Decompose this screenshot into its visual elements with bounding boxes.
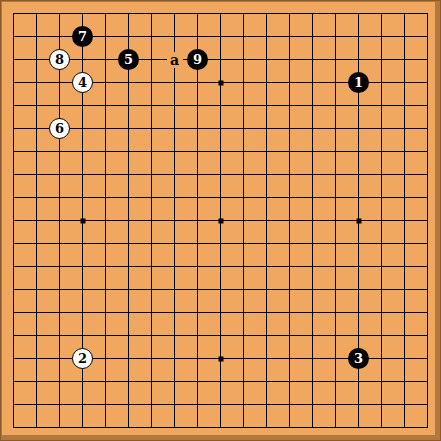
- intersection-P14[interactable]: [324, 117, 347, 140]
- intersection-R9[interactable]: [370, 232, 393, 255]
- intersection-Q15[interactable]: [347, 94, 370, 117]
- intersection-R13[interactable]: [370, 140, 393, 163]
- intersection-O15[interactable]: [301, 94, 324, 117]
- intersection-E16[interactable]: [94, 71, 117, 94]
- intersection-J7[interactable]: [186, 278, 209, 301]
- intersection-P12[interactable]: [324, 163, 347, 186]
- intersection-G14[interactable]: [140, 117, 163, 140]
- intersection-T19[interactable]: [416, 2, 435, 25]
- intersection-N7[interactable]: [278, 278, 301, 301]
- intersection-B10[interactable]: [25, 209, 48, 232]
- intersection-J6[interactable]: [186, 301, 209, 324]
- intersection-S16[interactable]: [393, 71, 416, 94]
- intersection-Q5[interactable]: [347, 324, 370, 347]
- intersection-E5[interactable]: [94, 324, 117, 347]
- intersection-K8[interactable]: [209, 255, 232, 278]
- intersection-N3[interactable]: [278, 370, 301, 393]
- intersection-C16[interactable]: [48, 71, 71, 94]
- intersection-J1[interactable]: [186, 416, 209, 435]
- intersection-R12[interactable]: [370, 163, 393, 186]
- intersection-S6[interactable]: [393, 301, 416, 324]
- intersection-E8[interactable]: [94, 255, 117, 278]
- intersection-N9[interactable]: [278, 232, 301, 255]
- intersection-N1[interactable]: [278, 416, 301, 435]
- intersection-O8[interactable]: [301, 255, 324, 278]
- intersection-F15[interactable]: [117, 94, 140, 117]
- intersection-K19[interactable]: [209, 2, 232, 25]
- intersection-E18[interactable]: [94, 25, 117, 48]
- intersection-F8[interactable]: [117, 255, 140, 278]
- intersection-A4[interactable]: [2, 347, 25, 370]
- intersection-N14[interactable]: [278, 117, 301, 140]
- intersection-D5[interactable]: [71, 324, 94, 347]
- intersection-F16[interactable]: [117, 71, 140, 94]
- intersection-O9[interactable]: [301, 232, 324, 255]
- intersection-H19[interactable]: [163, 2, 186, 25]
- intersection-T13[interactable]: [416, 140, 435, 163]
- intersection-S1[interactable]: [393, 416, 416, 435]
- intersection-G8[interactable]: [140, 255, 163, 278]
- intersection-C8[interactable]: [48, 255, 71, 278]
- intersection-N8[interactable]: [278, 255, 301, 278]
- intersection-Q7[interactable]: [347, 278, 370, 301]
- intersection-B15[interactable]: [25, 94, 48, 117]
- intersection-S2[interactable]: [393, 393, 416, 416]
- intersection-Q3[interactable]: [347, 370, 370, 393]
- intersection-D11[interactable]: [71, 186, 94, 209]
- intersection-N19[interactable]: [278, 2, 301, 25]
- intersection-F4[interactable]: [117, 347, 140, 370]
- intersection-N5[interactable]: [278, 324, 301, 347]
- intersection-P1[interactable]: [324, 416, 347, 435]
- intersection-P10[interactable]: [324, 209, 347, 232]
- intersection-R8[interactable]: [370, 255, 393, 278]
- intersection-M14[interactable]: [255, 117, 278, 140]
- intersection-M9[interactable]: [255, 232, 278, 255]
- intersection-S11[interactable]: [393, 186, 416, 209]
- intersection-K16[interactable]: [209, 71, 232, 94]
- intersection-F7[interactable]: [117, 278, 140, 301]
- intersection-D6[interactable]: [71, 301, 94, 324]
- intersection-H5[interactable]: [163, 324, 186, 347]
- intersection-D8[interactable]: [71, 255, 94, 278]
- intersection-A18[interactable]: [2, 25, 25, 48]
- intersection-R2[interactable]: [370, 393, 393, 416]
- intersection-R16[interactable]: [370, 71, 393, 94]
- intersection-J17[interactable]: 9: [186, 48, 209, 71]
- intersection-O18[interactable]: [301, 25, 324, 48]
- intersection-A9[interactable]: [2, 232, 25, 255]
- intersection-J18[interactable]: [186, 25, 209, 48]
- intersection-L15[interactable]: [232, 94, 255, 117]
- intersection-Q1[interactable]: [347, 416, 370, 435]
- intersection-G17[interactable]: [140, 48, 163, 71]
- intersection-F12[interactable]: [117, 163, 140, 186]
- intersection-A13[interactable]: [2, 140, 25, 163]
- intersection-N2[interactable]: [278, 393, 301, 416]
- intersection-C9[interactable]: [48, 232, 71, 255]
- intersection-G9[interactable]: [140, 232, 163, 255]
- intersection-H4[interactable]: [163, 347, 186, 370]
- intersection-K18[interactable]: [209, 25, 232, 48]
- intersection-B14[interactable]: [25, 117, 48, 140]
- intersection-A17[interactable]: [2, 48, 25, 71]
- intersection-Q2[interactable]: [347, 393, 370, 416]
- intersection-N6[interactable]: [278, 301, 301, 324]
- intersection-M16[interactable]: [255, 71, 278, 94]
- intersection-C2[interactable]: [48, 393, 71, 416]
- intersection-M17[interactable]: [255, 48, 278, 71]
- intersection-K2[interactable]: [209, 393, 232, 416]
- intersection-G15[interactable]: [140, 94, 163, 117]
- intersection-M11[interactable]: [255, 186, 278, 209]
- intersection-R6[interactable]: [370, 301, 393, 324]
- intersection-L19[interactable]: [232, 2, 255, 25]
- intersection-M8[interactable]: [255, 255, 278, 278]
- intersection-J5[interactable]: [186, 324, 209, 347]
- intersection-D1[interactable]: [71, 416, 94, 435]
- intersection-G4[interactable]: [140, 347, 163, 370]
- intersection-P2[interactable]: [324, 393, 347, 416]
- intersection-P7[interactable]: [324, 278, 347, 301]
- intersection-D3[interactable]: [71, 370, 94, 393]
- intersection-K10[interactable]: [209, 209, 232, 232]
- intersection-C3[interactable]: [48, 370, 71, 393]
- intersection-T1[interactable]: [416, 416, 435, 435]
- intersection-Q14[interactable]: [347, 117, 370, 140]
- intersection-D14[interactable]: [71, 117, 94, 140]
- intersection-R18[interactable]: [370, 25, 393, 48]
- intersection-Q13[interactable]: [347, 140, 370, 163]
- intersection-C1[interactable]: [48, 416, 71, 435]
- intersection-R4[interactable]: [370, 347, 393, 370]
- intersection-J15[interactable]: [186, 94, 209, 117]
- intersection-D10[interactable]: [71, 209, 94, 232]
- intersection-G18[interactable]: [140, 25, 163, 48]
- intersection-E13[interactable]: [94, 140, 117, 163]
- intersection-P19[interactable]: [324, 2, 347, 25]
- intersection-O3[interactable]: [301, 370, 324, 393]
- intersection-R15[interactable]: [370, 94, 393, 117]
- intersection-R3[interactable]: [370, 370, 393, 393]
- intersection-C7[interactable]: [48, 278, 71, 301]
- intersection-L11[interactable]: [232, 186, 255, 209]
- intersection-Q18[interactable]: [347, 25, 370, 48]
- intersection-K5[interactable]: [209, 324, 232, 347]
- intersection-M18[interactable]: [255, 25, 278, 48]
- intersection-J4[interactable]: [186, 347, 209, 370]
- intersection-P9[interactable]: [324, 232, 347, 255]
- intersection-J13[interactable]: [186, 140, 209, 163]
- intersection-K12[interactable]: [209, 163, 232, 186]
- intersection-C15[interactable]: [48, 94, 71, 117]
- intersection-B8[interactable]: [25, 255, 48, 278]
- intersection-T16[interactable]: [416, 71, 435, 94]
- intersection-S13[interactable]: [393, 140, 416, 163]
- intersection-P3[interactable]: [324, 370, 347, 393]
- intersection-N4[interactable]: [278, 347, 301, 370]
- intersection-A14[interactable]: [2, 117, 25, 140]
- intersection-Q6[interactable]: [347, 301, 370, 324]
- intersection-G5[interactable]: [140, 324, 163, 347]
- intersection-S3[interactable]: [393, 370, 416, 393]
- intersection-L5[interactable]: [232, 324, 255, 347]
- intersection-L17[interactable]: [232, 48, 255, 71]
- intersection-F18[interactable]: [117, 25, 140, 48]
- intersection-R5[interactable]: [370, 324, 393, 347]
- intersection-H12[interactable]: [163, 163, 186, 186]
- intersection-S18[interactable]: [393, 25, 416, 48]
- intersection-F3[interactable]: [117, 370, 140, 393]
- intersection-A8[interactable]: [2, 255, 25, 278]
- intersection-L7[interactable]: [232, 278, 255, 301]
- intersection-K4[interactable]: [209, 347, 232, 370]
- intersection-D9[interactable]: [71, 232, 94, 255]
- intersection-D12[interactable]: [71, 163, 94, 186]
- intersection-T2[interactable]: [416, 393, 435, 416]
- intersection-Q4[interactable]: 3: [347, 347, 370, 370]
- intersection-K3[interactable]: [209, 370, 232, 393]
- intersection-O13[interactable]: [301, 140, 324, 163]
- intersection-F9[interactable]: [117, 232, 140, 255]
- intersection-E10[interactable]: [94, 209, 117, 232]
- intersection-M15[interactable]: [255, 94, 278, 117]
- intersection-E14[interactable]: [94, 117, 117, 140]
- intersection-D19[interactable]: [71, 2, 94, 25]
- intersection-D15[interactable]: [71, 94, 94, 117]
- intersection-D7[interactable]: [71, 278, 94, 301]
- intersection-A15[interactable]: [2, 94, 25, 117]
- intersection-N13[interactable]: [278, 140, 301, 163]
- intersection-B1[interactable]: [25, 416, 48, 435]
- intersection-K7[interactable]: [209, 278, 232, 301]
- intersection-Q12[interactable]: [347, 163, 370, 186]
- intersection-N17[interactable]: [278, 48, 301, 71]
- intersection-J2[interactable]: [186, 393, 209, 416]
- intersection-C10[interactable]: [48, 209, 71, 232]
- intersection-O17[interactable]: [301, 48, 324, 71]
- intersection-P5[interactable]: [324, 324, 347, 347]
- intersection-B11[interactable]: [25, 186, 48, 209]
- intersection-C18[interactable]: [48, 25, 71, 48]
- intersection-J10[interactable]: [186, 209, 209, 232]
- intersection-L18[interactable]: [232, 25, 255, 48]
- intersection-S15[interactable]: [393, 94, 416, 117]
- intersection-L2[interactable]: [232, 393, 255, 416]
- intersection-O16[interactable]: [301, 71, 324, 94]
- intersection-E3[interactable]: [94, 370, 117, 393]
- intersection-H18[interactable]: [163, 25, 186, 48]
- intersection-B18[interactable]: [25, 25, 48, 48]
- intersection-D13[interactable]: [71, 140, 94, 163]
- intersection-G19[interactable]: [140, 2, 163, 25]
- intersection-G6[interactable]: [140, 301, 163, 324]
- intersection-B19[interactable]: [25, 2, 48, 25]
- intersection-A10[interactable]: [2, 209, 25, 232]
- intersection-L10[interactable]: [232, 209, 255, 232]
- intersection-T3[interactable]: [416, 370, 435, 393]
- intersection-G12[interactable]: [140, 163, 163, 186]
- intersection-A1[interactable]: [2, 416, 25, 435]
- intersection-B16[interactable]: [25, 71, 48, 94]
- intersection-J12[interactable]: [186, 163, 209, 186]
- intersection-A19[interactable]: [2, 2, 25, 25]
- intersection-C4[interactable]: [48, 347, 71, 370]
- intersection-O5[interactable]: [301, 324, 324, 347]
- intersection-N10[interactable]: [278, 209, 301, 232]
- intersection-Q8[interactable]: [347, 255, 370, 278]
- intersection-M6[interactable]: [255, 301, 278, 324]
- intersection-E15[interactable]: [94, 94, 117, 117]
- intersection-A6[interactable]: [2, 301, 25, 324]
- intersection-R14[interactable]: [370, 117, 393, 140]
- intersection-A5[interactable]: [2, 324, 25, 347]
- intersection-H16[interactable]: [163, 71, 186, 94]
- intersection-K13[interactable]: [209, 140, 232, 163]
- intersection-P16[interactable]: [324, 71, 347, 94]
- intersection-K6[interactable]: [209, 301, 232, 324]
- intersection-G10[interactable]: [140, 209, 163, 232]
- intersection-B9[interactable]: [25, 232, 48, 255]
- intersection-N12[interactable]: [278, 163, 301, 186]
- intersection-K14[interactable]: [209, 117, 232, 140]
- intersection-F11[interactable]: [117, 186, 140, 209]
- intersection-B12[interactable]: [25, 163, 48, 186]
- intersection-F2[interactable]: [117, 393, 140, 416]
- intersection-D16[interactable]: 4: [71, 71, 94, 94]
- intersection-C17[interactable]: 8: [48, 48, 71, 71]
- intersection-M19[interactable]: [255, 2, 278, 25]
- intersection-E11[interactable]: [94, 186, 117, 209]
- intersection-S9[interactable]: [393, 232, 416, 255]
- intersection-H7[interactable]: [163, 278, 186, 301]
- intersection-R1[interactable]: [370, 416, 393, 435]
- intersection-K9[interactable]: [209, 232, 232, 255]
- intersection-M7[interactable]: [255, 278, 278, 301]
- intersection-M13[interactable]: [255, 140, 278, 163]
- intersection-Q9[interactable]: [347, 232, 370, 255]
- intersection-S14[interactable]: [393, 117, 416, 140]
- intersection-T4[interactable]: [416, 347, 435, 370]
- intersection-J3[interactable]: [186, 370, 209, 393]
- intersection-O14[interactable]: [301, 117, 324, 140]
- intersection-C12[interactable]: [48, 163, 71, 186]
- intersection-G3[interactable]: [140, 370, 163, 393]
- intersection-L3[interactable]: [232, 370, 255, 393]
- intersection-T18[interactable]: [416, 25, 435, 48]
- intersection-O12[interactable]: [301, 163, 324, 186]
- intersection-F6[interactable]: [117, 301, 140, 324]
- intersection-L14[interactable]: [232, 117, 255, 140]
- intersection-O19[interactable]: [301, 2, 324, 25]
- intersection-G16[interactable]: [140, 71, 163, 94]
- intersection-O4[interactable]: [301, 347, 324, 370]
- intersection-L6[interactable]: [232, 301, 255, 324]
- intersection-S8[interactable]: [393, 255, 416, 278]
- intersection-B3[interactable]: [25, 370, 48, 393]
- intersection-L9[interactable]: [232, 232, 255, 255]
- intersection-P15[interactable]: [324, 94, 347, 117]
- intersection-P4[interactable]: [324, 347, 347, 370]
- intersection-L12[interactable]: [232, 163, 255, 186]
- intersection-A3[interactable]: [2, 370, 25, 393]
- intersection-H1[interactable]: [163, 416, 186, 435]
- intersection-R19[interactable]: [370, 2, 393, 25]
- intersection-K15[interactable]: [209, 94, 232, 117]
- intersection-R11[interactable]: [370, 186, 393, 209]
- intersection-G2[interactable]: [140, 393, 163, 416]
- intersection-O6[interactable]: [301, 301, 324, 324]
- intersection-D18[interactable]: 7: [71, 25, 94, 48]
- intersection-H10[interactable]: [163, 209, 186, 232]
- intersection-S19[interactable]: [393, 2, 416, 25]
- intersection-G13[interactable]: [140, 140, 163, 163]
- intersection-T14[interactable]: [416, 117, 435, 140]
- intersection-E12[interactable]: [94, 163, 117, 186]
- intersection-D17[interactable]: [71, 48, 94, 71]
- intersection-B17[interactable]: [25, 48, 48, 71]
- intersection-A16[interactable]: [2, 71, 25, 94]
- intersection-E9[interactable]: [94, 232, 117, 255]
- intersection-E6[interactable]: [94, 301, 117, 324]
- intersection-H14[interactable]: [163, 117, 186, 140]
- intersection-R7[interactable]: [370, 278, 393, 301]
- intersection-B6[interactable]: [25, 301, 48, 324]
- intersection-J8[interactable]: [186, 255, 209, 278]
- intersection-A11[interactable]: [2, 186, 25, 209]
- intersection-E7[interactable]: [94, 278, 117, 301]
- intersection-G1[interactable]: [140, 416, 163, 435]
- intersection-S10[interactable]: [393, 209, 416, 232]
- intersection-N16[interactable]: [278, 71, 301, 94]
- intersection-D4[interactable]: 2: [71, 347, 94, 370]
- intersection-O7[interactable]: [301, 278, 324, 301]
- intersection-T8[interactable]: [416, 255, 435, 278]
- intersection-F13[interactable]: [117, 140, 140, 163]
- intersection-S17[interactable]: [393, 48, 416, 71]
- intersection-Q17[interactable]: [347, 48, 370, 71]
- intersection-M1[interactable]: [255, 416, 278, 435]
- intersection-B13[interactable]: [25, 140, 48, 163]
- intersection-S12[interactable]: [393, 163, 416, 186]
- intersection-P13[interactable]: [324, 140, 347, 163]
- intersection-M5[interactable]: [255, 324, 278, 347]
- intersection-F10[interactable]: [117, 209, 140, 232]
- intersection-F1[interactable]: [117, 416, 140, 435]
- intersection-Q19[interactable]: [347, 2, 370, 25]
- intersection-T12[interactable]: [416, 163, 435, 186]
- intersection-E19[interactable]: [94, 2, 117, 25]
- intersection-F17[interactable]: 5: [117, 48, 140, 71]
- intersection-Q10[interactable]: [347, 209, 370, 232]
- intersection-G7[interactable]: [140, 278, 163, 301]
- intersection-C5[interactable]: [48, 324, 71, 347]
- intersection-J9[interactable]: [186, 232, 209, 255]
- intersection-F5[interactable]: [117, 324, 140, 347]
- intersection-R17[interactable]: [370, 48, 393, 71]
- intersection-L16[interactable]: [232, 71, 255, 94]
- intersection-Q16[interactable]: 1: [347, 71, 370, 94]
- intersection-E1[interactable]: [94, 416, 117, 435]
- intersection-C6[interactable]: [48, 301, 71, 324]
- intersection-P17[interactable]: [324, 48, 347, 71]
- intersection-H3[interactable]: [163, 370, 186, 393]
- intersection-P8[interactable]: [324, 255, 347, 278]
- intersection-C13[interactable]: [48, 140, 71, 163]
- intersection-F14[interactable]: [117, 117, 140, 140]
- intersection-B4[interactable]: [25, 347, 48, 370]
- intersection-B5[interactable]: [25, 324, 48, 347]
